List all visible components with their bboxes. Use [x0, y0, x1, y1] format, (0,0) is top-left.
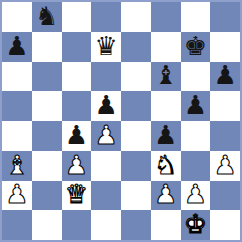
black-king[interactable]: ♚: [184, 33, 207, 59]
square-e4[interactable]: [121, 121, 151, 151]
square-e1[interactable]: [121, 210, 151, 240]
square-a4[interactable]: [2, 121, 32, 151]
white-pawn[interactable]: ♟: [213, 152, 236, 178]
square-a5[interactable]: [2, 91, 32, 121]
square-b6[interactable]: [32, 62, 62, 92]
black-pawn[interactable]: ♟: [65, 122, 88, 148]
square-a3[interactable]: ♝: [2, 151, 32, 181]
square-b5[interactable]: [32, 91, 62, 121]
square-f2[interactable]: ♟: [151, 181, 181, 211]
square-d4[interactable]: ♟: [91, 121, 121, 151]
square-a6[interactable]: [2, 62, 32, 92]
square-c6[interactable]: [62, 62, 92, 92]
square-f3[interactable]: ♞: [151, 151, 181, 181]
square-b8[interactable]: ♞: [32, 2, 62, 32]
square-h1[interactable]: [210, 210, 240, 240]
square-h8[interactable]: [210, 2, 240, 32]
black-queen[interactable]: ♛: [94, 33, 117, 59]
square-d2[interactable]: [91, 181, 121, 211]
square-g5[interactable]: ♟: [181, 91, 211, 121]
square-g2[interactable]: ♟: [181, 181, 211, 211]
square-b4[interactable]: [32, 121, 62, 151]
black-pawn[interactable]: ♟: [94, 92, 117, 118]
square-b2[interactable]: [32, 181, 62, 211]
square-h7[interactable]: [210, 32, 240, 62]
square-d3[interactable]: [91, 151, 121, 181]
square-g6[interactable]: [181, 62, 211, 92]
square-d1[interactable]: [91, 210, 121, 240]
chess-board: ♞♟♛♚♝♟♟♟♟♟♟♝♟♞♟♟♛♟♟♚: [0, 0, 242, 242]
square-g8[interactable]: [181, 2, 211, 32]
white-pawn[interactable]: ♟: [94, 122, 117, 148]
black-bishop[interactable]: ♝: [154, 62, 177, 88]
square-g4[interactable]: [181, 121, 211, 151]
square-h4[interactable]: [210, 121, 240, 151]
square-f6[interactable]: ♝: [151, 62, 181, 92]
white-pawn[interactable]: ♟: [5, 181, 28, 207]
square-e2[interactable]: [121, 181, 151, 211]
black-pawn[interactable]: ♟: [154, 122, 177, 148]
white-pawn[interactable]: ♟: [184, 181, 207, 207]
square-g3[interactable]: [181, 151, 211, 181]
square-c1[interactable]: [62, 210, 92, 240]
black-knight[interactable]: ♞: [35, 3, 58, 29]
square-a7[interactable]: ♟: [2, 32, 32, 62]
square-h5[interactable]: [210, 91, 240, 121]
square-f5[interactable]: [151, 91, 181, 121]
square-e7[interactable]: [121, 32, 151, 62]
square-a2[interactable]: ♟: [2, 181, 32, 211]
square-c7[interactable]: [62, 32, 92, 62]
square-h6[interactable]: ♟: [210, 62, 240, 92]
square-c2[interactable]: ♛: [62, 181, 92, 211]
square-c8[interactable]: [62, 2, 92, 32]
square-h2[interactable]: [210, 181, 240, 211]
white-pawn[interactable]: ♟: [65, 152, 88, 178]
white-queen[interactable]: ♛: [65, 181, 88, 207]
square-b1[interactable]: [32, 210, 62, 240]
square-e5[interactable]: [121, 91, 151, 121]
square-d5[interactable]: ♟: [91, 91, 121, 121]
square-a1[interactable]: [2, 210, 32, 240]
black-pawn[interactable]: ♟: [5, 33, 28, 59]
square-c4[interactable]: ♟: [62, 121, 92, 151]
square-b3[interactable]: [32, 151, 62, 181]
white-knight[interactable]: ♞: [154, 152, 177, 178]
square-e3[interactable]: [121, 151, 151, 181]
square-f4[interactable]: ♟: [151, 121, 181, 151]
square-f7[interactable]: [151, 32, 181, 62]
square-e8[interactable]: [121, 2, 151, 32]
black-pawn[interactable]: ♟: [213, 62, 236, 88]
square-a8[interactable]: [2, 2, 32, 32]
square-g7[interactable]: ♚: [181, 32, 211, 62]
square-f8[interactable]: [151, 2, 181, 32]
square-c3[interactable]: ♟: [62, 151, 92, 181]
white-bishop[interactable]: ♝: [5, 152, 28, 178]
white-king[interactable]: ♚: [184, 211, 207, 237]
square-b7[interactable]: [32, 32, 62, 62]
square-d7[interactable]: ♛: [91, 32, 121, 62]
square-d6[interactable]: [91, 62, 121, 92]
square-c5[interactable]: [62, 91, 92, 121]
square-f1[interactable]: [151, 210, 181, 240]
square-h3[interactable]: ♟: [210, 151, 240, 181]
square-d8[interactable]: [91, 2, 121, 32]
black-pawn[interactable]: ♟: [184, 92, 207, 118]
square-g1[interactable]: ♚: [181, 210, 211, 240]
white-pawn[interactable]: ♟: [154, 181, 177, 207]
square-e6[interactable]: [121, 62, 151, 92]
